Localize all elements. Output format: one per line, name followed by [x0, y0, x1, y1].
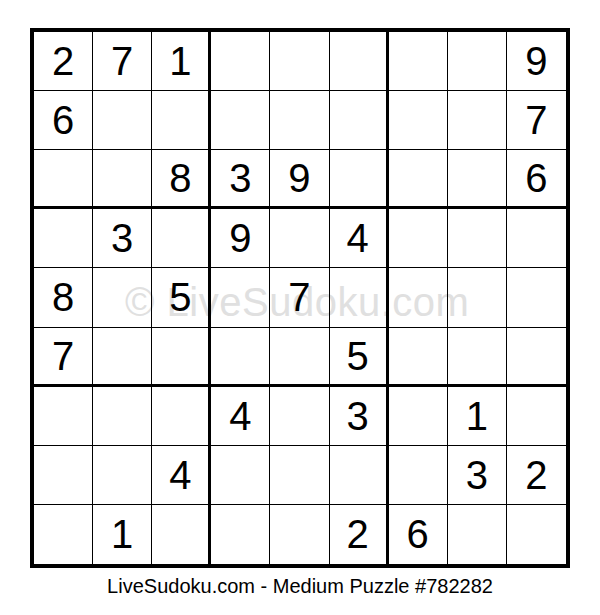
- cell-r3c8: [448, 150, 507, 209]
- cell-r4c7: [389, 209, 448, 268]
- cell-r6c4: [211, 328, 270, 387]
- cell-r5c3: 5: [152, 268, 211, 327]
- cell-r1c1: 2: [34, 32, 93, 91]
- cell-r9c4: [211, 505, 270, 564]
- cell-r5c8: [448, 268, 507, 327]
- cell-r7c4: 4: [211, 387, 270, 446]
- cell-r2c3: [152, 91, 211, 150]
- cell-r7c7: [389, 387, 448, 446]
- cell-r8c3: 4: [152, 446, 211, 505]
- cell-r7c2: [93, 387, 152, 446]
- cell-r1c9: 9: [507, 32, 566, 91]
- cell-r1c3: 1: [152, 32, 211, 91]
- cell-r9c3: [152, 505, 211, 564]
- cell-r7c6: 3: [330, 387, 389, 446]
- cell-r8c4: [211, 446, 270, 505]
- cell-r3c3: 8: [152, 150, 211, 209]
- cell-r2c2: [93, 91, 152, 150]
- cell-r4c5: [270, 209, 329, 268]
- cell-r7c1: [34, 387, 93, 446]
- cell-r8c9: 2: [507, 446, 566, 505]
- cell-r6c1: 7: [34, 328, 93, 387]
- cell-r2c9: 7: [507, 91, 566, 150]
- cell-r7c9: [507, 387, 566, 446]
- cell-r7c8: 1: [448, 387, 507, 446]
- cell-r1c7: [389, 32, 448, 91]
- cell-r4c3: [152, 209, 211, 268]
- cell-r5c7: [389, 268, 448, 327]
- cell-r2c4: [211, 91, 270, 150]
- cell-r6c3: [152, 328, 211, 387]
- cell-r9c9: [507, 505, 566, 564]
- cell-r1c4: [211, 32, 270, 91]
- cell-r9c8: [448, 505, 507, 564]
- cell-r6c8: [448, 328, 507, 387]
- cell-r8c8: 3: [448, 446, 507, 505]
- cell-r1c6: [330, 32, 389, 91]
- cell-r9c6: 2: [330, 505, 389, 564]
- cell-r8c6: [330, 446, 389, 505]
- cell-r4c9: [507, 209, 566, 268]
- cell-r5c6: [330, 268, 389, 327]
- cell-r6c9: [507, 328, 566, 387]
- cell-r2c7: [389, 91, 448, 150]
- cell-r3c9: 6: [507, 150, 566, 209]
- cell-r3c2: [93, 150, 152, 209]
- cell-r6c2: [93, 328, 152, 387]
- cell-r6c5: [270, 328, 329, 387]
- cell-r9c2: 1: [93, 505, 152, 564]
- page: © LiveSudoku.com 27196783963948577543143…: [0, 0, 600, 615]
- sudoku-board: © LiveSudoku.com 27196783963948577543143…: [30, 28, 570, 568]
- cell-r5c2: [93, 268, 152, 327]
- cell-r9c1: [34, 505, 93, 564]
- cell-r2c8: [448, 91, 507, 150]
- cell-r8c1: [34, 446, 93, 505]
- cell-r3c4: 3: [211, 150, 270, 209]
- cell-r1c8: [448, 32, 507, 91]
- cell-r8c2: [93, 446, 152, 505]
- cell-r5c1: 8: [34, 268, 93, 327]
- cell-r3c1: [34, 150, 93, 209]
- cell-r3c5: 9: [270, 150, 329, 209]
- cell-r5c5: 7: [270, 268, 329, 327]
- cell-r7c5: [270, 387, 329, 446]
- cell-r4c2: 3: [93, 209, 152, 268]
- cell-r4c6: 4: [330, 209, 389, 268]
- cell-r6c6: 5: [330, 328, 389, 387]
- cell-r5c4: [211, 268, 270, 327]
- cell-r4c4: 9: [211, 209, 270, 268]
- cell-r5c9: [507, 268, 566, 327]
- cell-r2c6: [330, 91, 389, 150]
- cell-r6c7: [389, 328, 448, 387]
- cell-r3c7: [389, 150, 448, 209]
- cell-r1c2: 7: [93, 32, 152, 91]
- cell-r8c7: [389, 446, 448, 505]
- cell-r3c6: [330, 150, 389, 209]
- cell-r9c5: [270, 505, 329, 564]
- cell-r2c1: 6: [34, 91, 93, 150]
- cell-r1c5: [270, 32, 329, 91]
- caption: LiveSudoku.com - Medium Puzzle #782282: [0, 574, 600, 598]
- cell-r9c7: 6: [389, 505, 448, 564]
- cell-r8c5: [270, 446, 329, 505]
- cell-r4c1: [34, 209, 93, 268]
- cell-r2c5: [270, 91, 329, 150]
- cell-r7c3: [152, 387, 211, 446]
- cell-r4c8: [448, 209, 507, 268]
